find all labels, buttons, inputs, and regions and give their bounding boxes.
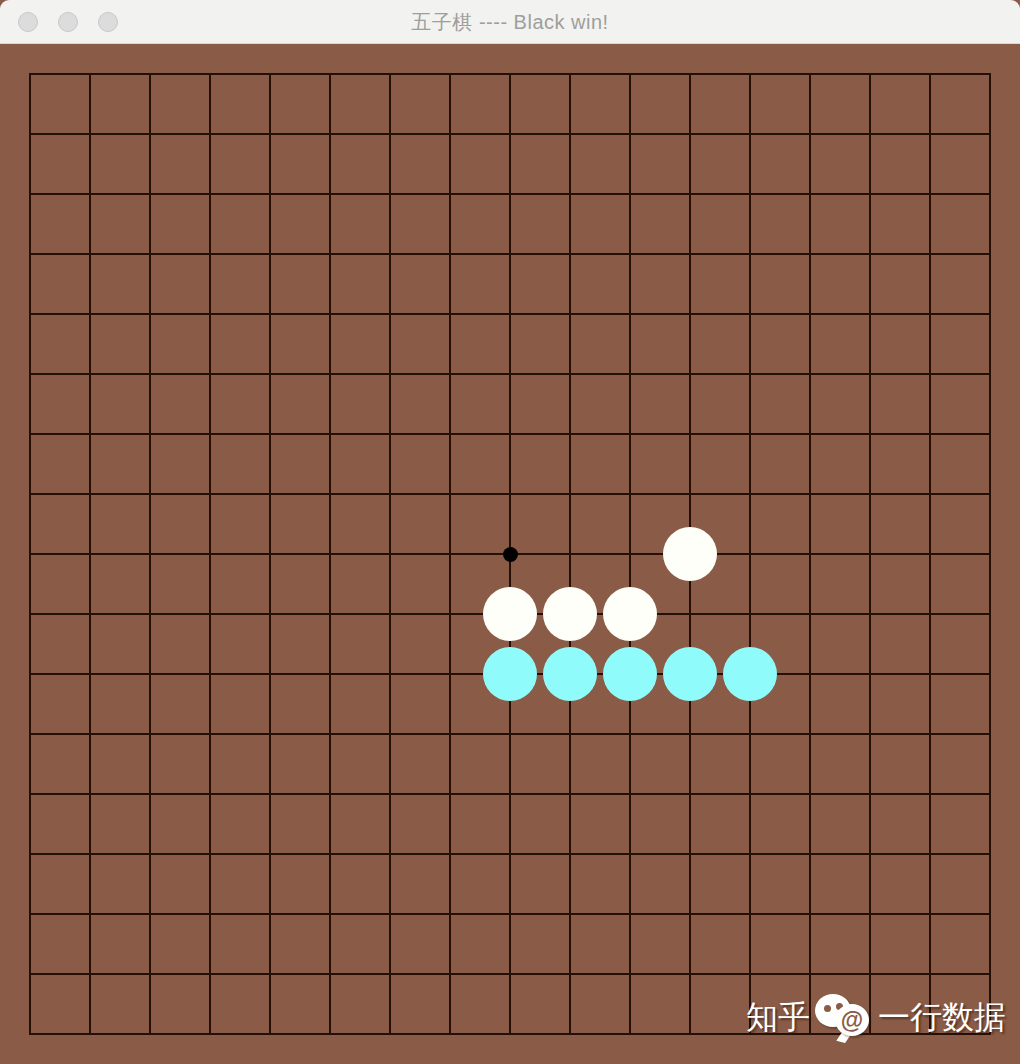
stone-black	[483, 647, 537, 701]
title-bar[interactable]: 五子棋 ---- Black win!	[0, 0, 1020, 44]
zoom-button[interactable]	[98, 12, 118, 32]
grid-line-vertical	[869, 73, 871, 1035]
window-title: 五子棋 ---- Black win!	[0, 0, 1020, 44]
minimize-button[interactable]	[58, 12, 78, 32]
grid-line-horizontal	[29, 793, 991, 795]
stone-white	[603, 587, 657, 641]
stone-black	[723, 647, 777, 701]
grid-line-vertical	[809, 73, 811, 1035]
gomoku-board[interactable]	[0, 44, 1020, 1064]
grid-line-horizontal	[29, 1033, 991, 1035]
stone-white	[543, 587, 597, 641]
stone-black	[663, 647, 717, 701]
grid-line-vertical	[569, 73, 571, 1035]
grid-line-horizontal	[29, 913, 991, 915]
grid-line-horizontal	[29, 853, 991, 855]
stone-white	[483, 587, 537, 641]
grid-line-vertical	[989, 73, 991, 1035]
grid-line-vertical	[929, 73, 931, 1035]
grid-line-vertical	[749, 73, 751, 1035]
stone-black	[543, 647, 597, 701]
grid-line-horizontal	[29, 733, 991, 735]
stone-black	[603, 647, 657, 701]
stone-white	[663, 527, 717, 581]
grid-line-horizontal	[29, 973, 991, 975]
grid-line-vertical	[629, 73, 631, 1035]
close-button[interactable]	[18, 12, 38, 32]
traffic-lights	[18, 12, 118, 32]
star-point	[503, 547, 518, 562]
gomoku-window: 五子棋 ---- Black win! 知乎 @ 一行数据	[0, 0, 1020, 1064]
